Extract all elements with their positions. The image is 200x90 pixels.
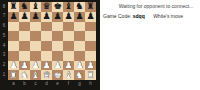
piece-white-knight: ♞ — [20, 70, 28, 79]
square-b7[interactable]: ♟ — [19, 12, 30, 22]
square-g8[interactable]: ♞ — [74, 2, 85, 12]
file-label-e: e — [52, 80, 63, 87]
square-h7[interactable]: ♟ — [85, 12, 96, 22]
file-label-g: g — [74, 80, 85, 87]
square-g1[interactable]: ♞ — [74, 70, 85, 80]
square-c6[interactable] — [30, 22, 41, 32]
piece-white-king: ♚ — [53, 70, 61, 79]
square-h4[interactable] — [85, 41, 96, 51]
piece-black-knight: ♞ — [75, 2, 83, 11]
square-f1[interactable]: ♝ — [63, 70, 74, 80]
square-b4[interactable] — [19, 41, 30, 51]
square-a6[interactable] — [8, 22, 19, 32]
square-a8[interactable]: ♜ — [8, 2, 19, 12]
square-d1[interactable]: ♛ — [41, 70, 52, 80]
piece-black-pawn: ♟ — [42, 12, 50, 21]
game-code-value: sdqq — [133, 13, 145, 19]
square-c3[interactable] — [30, 51, 41, 61]
piece-white-queen: ♛ — [42, 70, 50, 79]
square-d8[interactable]: ♛ — [41, 2, 52, 12]
square-c7[interactable]: ♟ — [30, 12, 41, 22]
side-panel: Waiting for opponent to connect... Game … — [100, 0, 200, 90]
square-a1[interactable]: ♜ — [8, 70, 19, 80]
square-f4[interactable] — [63, 41, 74, 51]
square-f6[interactable] — [63, 22, 74, 32]
file-label-d: d — [41, 80, 52, 87]
square-e6[interactable] — [52, 22, 63, 32]
piece-white-pawn: ♟ — [9, 61, 17, 70]
square-h3[interactable] — [85, 51, 96, 61]
square-c5[interactable] — [30, 31, 41, 41]
square-b2[interactable]: ♟ — [19, 61, 30, 71]
square-h5[interactable] — [85, 31, 96, 41]
rank-label-7: 7 — [0, 12, 8, 22]
file-label-c: c — [30, 80, 41, 87]
piece-black-pawn: ♟ — [9, 12, 17, 21]
piece-white-pawn: ♟ — [31, 61, 39, 70]
piece-black-king: ♚ — [53, 2, 61, 11]
square-f8[interactable]: ♝ — [63, 2, 74, 12]
file-labels: abcdefgh — [8, 80, 96, 87]
rank-labels: 87654321 — [0, 2, 8, 80]
square-d3[interactable] — [41, 51, 52, 61]
piece-white-pawn: ♟ — [75, 61, 83, 70]
square-b8[interactable]: ♞ — [19, 2, 30, 12]
square-e5[interactable] — [52, 31, 63, 41]
file-label-a: a — [8, 80, 19, 87]
square-c2[interactable]: ♟ — [30, 61, 41, 71]
square-c1[interactable]: ♝ — [30, 70, 41, 80]
square-b1[interactable]: ♞ — [19, 70, 30, 80]
file-label-h: h — [85, 80, 96, 87]
square-d4[interactable] — [41, 41, 52, 51]
piece-black-bishop: ♝ — [31, 2, 39, 11]
square-h8[interactable]: ♜ — [85, 2, 96, 12]
piece-white-pawn: ♟ — [42, 61, 50, 70]
square-h2[interactable]: ♟ — [85, 61, 96, 71]
square-e4[interactable] — [52, 41, 63, 51]
board-area: 87654321 ♜♞♝♛♚♝♞♜♟♟♟♟♟♟♟♟♟♟♟♟♟♟♟♟♜♞♝♛♚♝♞… — [0, 0, 100, 90]
piece-black-pawn: ♟ — [53, 12, 61, 21]
rank-label-1: 1 — [0, 70, 8, 80]
square-h1[interactable]: ♜ — [85, 70, 96, 80]
chess-app: 87654321 ♜♞♝♛♚♝♞♜♟♟♟♟♟♟♟♟♟♟♟♟♟♟♟♟♜♞♝♛♚♝♞… — [0, 0, 200, 90]
piece-black-rook: ♜ — [86, 2, 94, 11]
piece-black-pawn: ♟ — [86, 12, 94, 21]
chess-board[interactable]: ♜♞♝♛♚♝♞♜♟♟♟♟♟♟♟♟♟♟♟♟♟♟♟♟♜♞♝♛♚♝♞♜ — [8, 2, 96, 80]
piece-black-pawn: ♟ — [64, 12, 72, 21]
square-b5[interactable] — [19, 31, 30, 41]
square-a7[interactable]: ♟ — [8, 12, 19, 22]
piece-white-knight: ♞ — [75, 70, 83, 79]
piece-black-knight: ♞ — [20, 2, 28, 11]
piece-black-rook: ♜ — [9, 2, 17, 11]
piece-black-pawn: ♟ — [20, 12, 28, 21]
square-a3[interactable] — [8, 51, 19, 61]
rank-label-5: 5 — [0, 31, 8, 41]
square-a5[interactable] — [8, 31, 19, 41]
piece-white-pawn: ♟ — [20, 61, 28, 70]
piece-white-pawn: ♟ — [86, 61, 94, 70]
square-f7[interactable]: ♟ — [63, 12, 74, 22]
square-e2[interactable]: ♟ — [52, 61, 63, 71]
piece-black-bishop: ♝ — [64, 2, 72, 11]
game-code: Game Code: sdqq — [103, 13, 145, 19]
square-g7[interactable]: ♟ — [74, 12, 85, 22]
square-d2[interactable]: ♟ — [41, 61, 52, 71]
square-g6[interactable] — [74, 22, 85, 32]
square-f2[interactable]: ♟ — [63, 61, 74, 71]
square-d6[interactable] — [41, 22, 52, 32]
square-g5[interactable] — [74, 31, 85, 41]
square-e8[interactable]: ♚ — [52, 2, 63, 12]
game-code-label: Game Code: — [103, 13, 131, 19]
piece-white-rook: ♜ — [86, 70, 94, 79]
rank-label-6: 6 — [0, 22, 8, 32]
square-e1[interactable]: ♚ — [52, 70, 63, 80]
square-f3[interactable] — [63, 51, 74, 61]
square-f5[interactable] — [63, 31, 74, 41]
square-c4[interactable] — [30, 41, 41, 51]
square-b6[interactable] — [19, 22, 30, 32]
turn-indicator: White's move — [153, 13, 183, 19]
square-d5[interactable] — [41, 31, 52, 41]
file-label-f: f — [63, 80, 74, 87]
piece-black-pawn: ♟ — [75, 12, 83, 21]
square-g2[interactable]: ♟ — [74, 61, 85, 71]
rank-label-2: 2 — [0, 61, 8, 71]
square-a4[interactable] — [8, 41, 19, 51]
square-a2[interactable]: ♟ — [8, 61, 19, 71]
file-label-b: b — [19, 80, 30, 87]
piece-white-rook: ♜ — [9, 70, 17, 79]
piece-white-bishop: ♝ — [64, 70, 72, 79]
piece-white-pawn: ♟ — [53, 61, 61, 70]
square-e7[interactable]: ♟ — [52, 12, 63, 22]
square-e3[interactable] — [52, 51, 63, 61]
piece-black-queen: ♛ — [42, 2, 50, 11]
piece-black-pawn: ♟ — [31, 12, 39, 21]
status-message: Waiting for opponent to connect... — [100, 3, 200, 9]
square-h6[interactable] — [85, 22, 96, 32]
square-g4[interactable] — [74, 41, 85, 51]
square-g3[interactable] — [74, 51, 85, 61]
rank-label-3: 3 — [0, 51, 8, 61]
piece-white-bishop: ♝ — [31, 70, 39, 79]
piece-white-pawn: ♟ — [64, 61, 72, 70]
square-b3[interactable] — [19, 51, 30, 61]
rank-label-8: 8 — [0, 2, 8, 12]
rank-label-4: 4 — [0, 41, 8, 51]
square-c8[interactable]: ♝ — [30, 2, 41, 12]
square-d7[interactable]: ♟ — [41, 12, 52, 22]
